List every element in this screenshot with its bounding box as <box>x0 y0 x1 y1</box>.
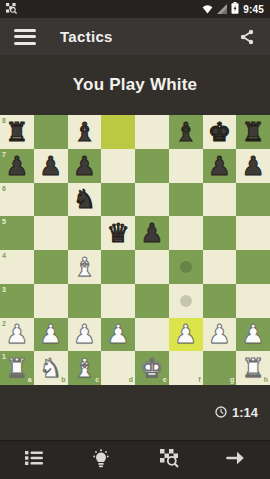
square-a6[interactable]: 6 <box>0 183 34 217</box>
rank-label: 7 <box>2 151 6 158</box>
square-f3[interactable] <box>169 284 203 318</box>
app-notification-icon <box>6 0 17 18</box>
next-button[interactable] <box>216 441 256 479</box>
square-g7[interactable]: ♟ <box>203 149 237 183</box>
square-d1[interactable]: d <box>101 351 135 385</box>
square-d4[interactable] <box>101 250 135 284</box>
tactics-app: 9:45 Tactics You Play White 8♜♝♝♚♜7♟♟♟♟♟… <box>0 0 270 479</box>
square-h3[interactable] <box>236 284 270 318</box>
square-h4[interactable] <box>236 250 270 284</box>
piece-black-queen: ♛ <box>106 220 129 246</box>
bottom-toolbar <box>0 440 270 479</box>
square-h1[interactable]: h♜ <box>236 351 270 385</box>
file-label: a <box>28 376 32 383</box>
square-g2[interactable]: ♟ <box>203 318 237 352</box>
square-c6[interactable]: ♞ <box>68 183 102 217</box>
square-c8[interactable]: ♝ <box>68 115 102 149</box>
square-b3[interactable] <box>34 284 68 318</box>
square-d7[interactable] <box>101 149 135 183</box>
square-b5[interactable] <box>34 216 68 250</box>
square-e2[interactable] <box>135 318 169 352</box>
piece-white-pawn: ♟ <box>39 321 62 347</box>
square-a2[interactable]: 2♟ <box>0 318 34 352</box>
square-d8[interactable] <box>101 115 135 149</box>
square-b4[interactable] <box>34 250 68 284</box>
piece-black-rook: ♜ <box>241 119 264 145</box>
rank-label: 2 <box>2 320 6 327</box>
file-label: h <box>264 376 268 383</box>
timer: 1:14 <box>215 404 258 422</box>
square-g4[interactable] <box>203 250 237 284</box>
square-g8[interactable]: ♚ <box>203 115 237 149</box>
square-f6[interactable] <box>169 183 203 217</box>
square-a7[interactable]: 7♟ <box>0 149 34 183</box>
square-b6[interactable] <box>34 183 68 217</box>
piece-white-pawn: ♟ <box>5 321 28 347</box>
piece-white-pawn: ♟ <box>73 321 96 347</box>
timer-value: 1:14 <box>232 405 258 420</box>
rank-label: 1 <box>2 353 6 360</box>
clock-icon <box>215 404 227 422</box>
square-g6[interactable] <box>203 183 237 217</box>
file-label: c <box>95 376 99 383</box>
square-c1[interactable]: c♝ <box>68 351 102 385</box>
square-b2[interactable]: ♟ <box>34 318 68 352</box>
piece-black-pawn: ♟ <box>140 220 163 246</box>
file-label: g <box>230 376 234 383</box>
battery-charging-icon <box>231 0 239 18</box>
move-hint-dot[interactable] <box>180 261 192 273</box>
square-d6[interactable] <box>101 183 135 217</box>
board: 8♜♝♝♚♜7♟♟♟♟♟6♞5♛♟4♝32♟♟♟♟♟♟♟1a♜b♞c♝de♚fg… <box>0 115 270 385</box>
square-d2[interactable]: ♟ <box>101 318 135 352</box>
list-icon <box>24 450 44 470</box>
rank-label: 6 <box>2 185 6 192</box>
rank-label: 8 <box>2 117 6 124</box>
wifi-icon <box>202 0 213 18</box>
status-bar: 9:45 <box>0 0 270 18</box>
piece-black-bishop: ♝ <box>174 119 197 145</box>
piece-white-rook: ♜ <box>5 355 28 381</box>
app-header: Tactics <box>0 18 270 55</box>
square-e7[interactable] <box>135 149 169 183</box>
square-c5[interactable] <box>68 216 102 250</box>
square-a3[interactable]: 3 <box>0 284 34 318</box>
signal-icon <box>217 0 227 18</box>
file-label: d <box>129 376 133 383</box>
piece-white-king: ♚ <box>140 355 163 381</box>
piece-white-pawn: ♟ <box>106 321 129 347</box>
square-d3[interactable] <box>101 284 135 318</box>
square-e8[interactable] <box>135 115 169 149</box>
file-label: e <box>163 376 167 383</box>
square-a1[interactable]: 1a♜ <box>0 351 34 385</box>
piece-white-bishop: ♝ <box>73 254 96 280</box>
square-f5[interactable] <box>169 216 203 250</box>
lightbulb-icon <box>91 448 111 473</box>
square-h7[interactable]: ♟ <box>236 149 270 183</box>
square-f1[interactable]: f <box>169 351 203 385</box>
square-b7[interactable]: ♟ <box>34 149 68 183</box>
square-e6[interactable] <box>135 183 169 217</box>
puzzle-prompt: You Play White <box>0 55 270 115</box>
piece-black-knight: ♞ <box>73 186 96 212</box>
square-g5[interactable] <box>203 216 237 250</box>
piece-black-rook: ♜ <box>5 119 28 145</box>
piece-white-pawn: ♟ <box>208 321 231 347</box>
piece-black-king: ♚ <box>208 119 231 145</box>
rank-label: 3 <box>2 286 6 293</box>
file-label: b <box>61 376 65 383</box>
rank-label: 5 <box>2 218 6 225</box>
square-g1[interactable]: g <box>203 351 237 385</box>
square-c2[interactable]: ♟ <box>68 318 102 352</box>
square-g3[interactable] <box>203 284 237 318</box>
page-title: Tactics <box>60 28 113 45</box>
square-e4[interactable] <box>135 250 169 284</box>
piece-black-pawn: ♟ <box>5 153 28 179</box>
square-h8[interactable]: ♜ <box>236 115 270 149</box>
square-e3[interactable] <box>135 284 169 318</box>
square-e5[interactable]: ♟ <box>135 216 169 250</box>
move-hint-dot[interactable] <box>180 295 192 307</box>
piece-white-bishop: ♝ <box>73 355 96 381</box>
square-f8[interactable]: ♝ <box>169 115 203 149</box>
piece-white-rook: ♜ <box>241 355 264 381</box>
square-b1[interactable]: b♞ <box>34 351 68 385</box>
piece-white-pawn: ♟ <box>241 321 264 347</box>
piece-white-pawn: ♟ <box>174 321 197 347</box>
piece-black-bishop: ♝ <box>73 119 96 145</box>
square-h2[interactable]: ♟ <box>236 318 270 352</box>
arrow-right-icon <box>226 450 246 470</box>
square-a8[interactable]: 8♜ <box>0 115 34 149</box>
square-c3[interactable] <box>68 284 102 318</box>
hint-button[interactable] <box>81 441 121 479</box>
square-a5[interactable]: 5 <box>0 216 34 250</box>
moves-list-button[interactable] <box>14 441 54 479</box>
piece-black-pawn: ♟ <box>208 153 231 179</box>
rank-label: 4 <box>2 252 6 259</box>
square-h6[interactable] <box>236 183 270 217</box>
piece-black-pawn: ♟ <box>241 153 264 179</box>
piece-black-pawn: ♟ <box>73 153 96 179</box>
timer-bar: 1:14 <box>0 385 270 440</box>
piece-white-knight: ♞ <box>39 355 62 381</box>
square-e1[interactable]: e♚ <box>135 351 169 385</box>
square-f2[interactable]: ♟ <box>169 318 203 352</box>
square-c7[interactable]: ♟ <box>68 149 102 183</box>
square-f4[interactable] <box>169 250 203 284</box>
square-h5[interactable] <box>236 216 270 250</box>
square-c4[interactable]: ♝ <box>68 250 102 284</box>
share-icon[interactable] <box>238 28 256 46</box>
square-a4[interactable]: 4 <box>0 250 34 284</box>
file-label: f <box>198 376 200 383</box>
piece-black-pawn: ♟ <box>39 153 62 179</box>
board-search-icon <box>159 448 179 472</box>
analysis-button[interactable] <box>149 441 189 479</box>
square-d5[interactable]: ♛ <box>101 216 135 250</box>
square-f7[interactable] <box>169 149 203 183</box>
you-play-white-label: You Play White <box>73 75 197 95</box>
square-b8[interactable] <box>34 115 68 149</box>
menu-icon[interactable] <box>14 29 36 45</box>
status-time: 9:45 <box>243 4 264 15</box>
